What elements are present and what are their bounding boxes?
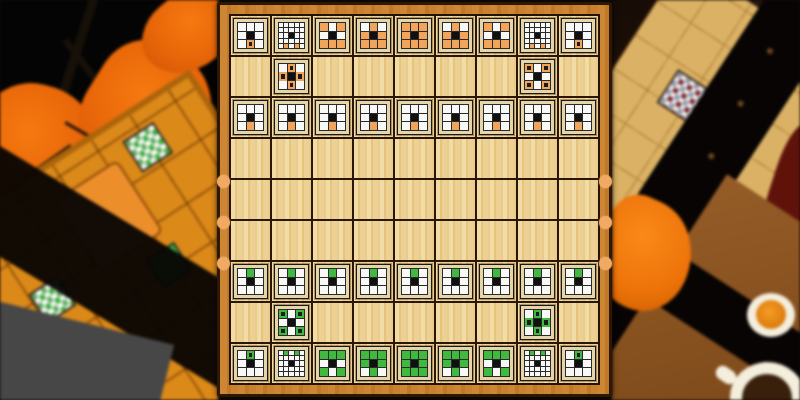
square-r4c7[interactable] xyxy=(477,139,516,178)
move-cell xyxy=(460,368,468,376)
move-cell xyxy=(284,23,288,27)
move-cell xyxy=(530,372,534,376)
move-cell xyxy=(402,360,410,368)
move-cell xyxy=(566,114,574,122)
piece-center xyxy=(288,319,296,327)
square-r5c8[interactable] xyxy=(518,180,557,219)
square-r3c7[interactable] xyxy=(477,98,516,137)
move-cell xyxy=(583,114,591,122)
square-r2c4[interactable] xyxy=(354,57,393,96)
piece-center xyxy=(370,360,378,368)
piece-pawn-green[interactable] xyxy=(479,264,514,299)
move-cell xyxy=(530,39,534,43)
slide-marker xyxy=(288,64,296,72)
square-r9c8[interactable] xyxy=(518,344,557,383)
square-r1c6[interactable] xyxy=(436,16,475,55)
square-r5c1[interactable] xyxy=(231,180,270,219)
piece-bishop-green[interactable] xyxy=(274,305,309,340)
move-cell xyxy=(460,278,468,286)
move-cell xyxy=(541,372,545,376)
piece-silver-orange[interactable] xyxy=(479,18,514,53)
piece-pawn-orange[interactable] xyxy=(561,100,596,135)
square-r2c1[interactable] xyxy=(231,57,270,96)
move-cell xyxy=(566,23,574,31)
move-cell xyxy=(320,286,328,294)
move-cell xyxy=(284,39,288,43)
frame-dot xyxy=(217,175,230,188)
move-cell xyxy=(284,361,288,365)
move-cell xyxy=(419,114,427,122)
square-r2c6[interactable] xyxy=(436,57,475,96)
square-r6c4[interactable] xyxy=(354,221,393,260)
move-cell xyxy=(255,368,263,376)
move-cell xyxy=(535,372,539,376)
move-cell xyxy=(443,23,451,31)
square-r1c4[interactable] xyxy=(354,16,393,55)
move-cell xyxy=(525,356,529,360)
slide-marker xyxy=(279,310,287,318)
square-r9c4[interactable] xyxy=(354,344,393,383)
piece-center xyxy=(411,32,419,40)
move-cell xyxy=(566,368,574,376)
piece-king-green[interactable] xyxy=(397,346,432,381)
square-r3c9[interactable] xyxy=(559,98,598,137)
move-cell xyxy=(501,40,509,48)
piece-rook-orange[interactable] xyxy=(274,59,309,94)
piece-knight-green[interactable] xyxy=(520,346,555,381)
square-r8c6[interactable] xyxy=(436,303,475,342)
piece-pawn-orange[interactable] xyxy=(479,100,514,135)
move-cell xyxy=(530,361,534,365)
move-cell xyxy=(337,105,345,113)
move-cell xyxy=(501,114,509,122)
square-r1c9[interactable] xyxy=(559,16,598,55)
move-cell xyxy=(530,28,534,32)
square-r5c5[interactable] xyxy=(395,180,434,219)
square-r7c9[interactable] xyxy=(559,262,598,301)
square-r2c3[interactable] xyxy=(313,57,352,96)
piece-pawn-green[interactable] xyxy=(397,264,432,299)
slide-marker xyxy=(575,40,583,48)
piece-center xyxy=(452,278,460,286)
piece-lance-orange[interactable] xyxy=(561,18,596,53)
square-r6c8[interactable] xyxy=(518,221,557,260)
square-r5c4[interactable] xyxy=(354,180,393,219)
square-r3c3[interactable] xyxy=(313,98,352,137)
piece-lance-orange[interactable] xyxy=(233,18,268,53)
background-right-scene xyxy=(612,0,800,400)
move-cell xyxy=(443,368,451,376)
move-cell xyxy=(525,269,533,277)
move-cell xyxy=(443,122,451,130)
square-r4c8[interactable] xyxy=(518,139,557,178)
move-cell xyxy=(284,356,288,360)
piece-pawn-orange[interactable] xyxy=(315,100,350,135)
square-r8c4[interactable] xyxy=(354,303,393,342)
move-cell xyxy=(288,105,296,113)
move-cell xyxy=(238,278,246,286)
piece-lance-green[interactable] xyxy=(561,346,596,381)
move-cell xyxy=(484,351,492,359)
move-cell xyxy=(329,105,337,113)
square-r3c2[interactable] xyxy=(272,98,311,137)
move-cell xyxy=(484,40,492,48)
square-r5c6[interactable] xyxy=(436,180,475,219)
piece-pawn-green[interactable] xyxy=(356,264,391,299)
move-cell xyxy=(279,372,283,376)
move-cell xyxy=(279,356,283,360)
piece-center xyxy=(534,278,542,286)
move-cell xyxy=(525,23,529,27)
move-cell xyxy=(361,32,369,40)
square-r7c1[interactable] xyxy=(231,262,270,301)
square-r1c8[interactable] xyxy=(518,16,557,55)
move-cell xyxy=(443,40,451,48)
move-cell xyxy=(361,360,369,368)
move-cell xyxy=(583,122,591,130)
piece-silver-green[interactable] xyxy=(315,346,350,381)
move-cell xyxy=(295,356,299,360)
move-cell xyxy=(535,356,539,360)
move-cell xyxy=(493,286,501,294)
square-r1c1[interactable] xyxy=(231,16,270,55)
piece-pawn-orange[interactable] xyxy=(520,100,555,135)
move-cell xyxy=(255,269,263,277)
square-r8c5[interactable] xyxy=(395,303,434,342)
square-r8c8[interactable] xyxy=(518,303,557,342)
move-cell xyxy=(288,286,296,294)
square-r9c1[interactable] xyxy=(231,344,270,383)
move-cell xyxy=(525,73,533,81)
piece-pawn-green[interactable] xyxy=(561,264,596,299)
square-r3c6[interactable] xyxy=(436,98,475,137)
move-cell xyxy=(378,114,386,122)
slide-marker xyxy=(525,81,533,89)
move-cell xyxy=(295,44,299,48)
move-cell xyxy=(460,40,468,48)
move-cell xyxy=(452,105,460,113)
square-r5c7[interactable] xyxy=(477,180,516,219)
piece-silver-orange[interactable] xyxy=(315,18,350,53)
piece-pawn-orange[interactable] xyxy=(397,100,432,135)
move-cell xyxy=(525,286,533,294)
move-cell xyxy=(295,372,299,376)
move-cell xyxy=(493,105,501,113)
piece-center xyxy=(370,32,378,40)
move-cell xyxy=(501,269,509,277)
move-cell xyxy=(460,105,468,113)
piece-center xyxy=(493,360,501,368)
move-cell xyxy=(501,23,509,31)
move-cell xyxy=(329,269,337,277)
move-cell xyxy=(525,33,529,37)
piece-gold-orange[interactable] xyxy=(438,18,473,53)
slide-marker xyxy=(534,310,542,318)
square-r3c1[interactable] xyxy=(231,98,270,137)
square-r5c2[interactable] xyxy=(272,180,311,219)
slide-marker xyxy=(525,64,533,72)
square-r1c5[interactable] xyxy=(395,16,434,55)
move-cell xyxy=(255,114,263,122)
square-r4c4[interactable] xyxy=(354,139,393,178)
piece-knight-green[interactable] xyxy=(274,346,309,381)
piece-center xyxy=(452,360,460,368)
square-r8c9[interactable] xyxy=(559,303,598,342)
move-cell xyxy=(525,372,529,376)
move-cell xyxy=(534,286,542,294)
slide-marker xyxy=(296,327,304,335)
square-r3c5[interactable] xyxy=(395,98,434,137)
square-r7c7[interactable] xyxy=(477,262,516,301)
square-r8c3[interactable] xyxy=(313,303,352,342)
move-cell xyxy=(329,23,337,31)
square-r5c3[interactable] xyxy=(313,180,352,219)
move-cell xyxy=(419,351,427,359)
move-cell xyxy=(493,122,501,130)
piece-center xyxy=(411,114,419,122)
move-cell xyxy=(501,278,509,286)
move-cell xyxy=(484,286,492,294)
square-r4c1[interactable] xyxy=(231,139,270,178)
square-r6c7[interactable] xyxy=(477,221,516,260)
square-r9c5[interactable] xyxy=(395,344,434,383)
move-cell xyxy=(289,367,293,371)
square-r8c2[interactable] xyxy=(272,303,311,342)
move-cell xyxy=(566,360,574,368)
piece-center xyxy=(534,73,542,81)
square-r7c5[interactable] xyxy=(395,262,434,301)
move-cell xyxy=(289,356,293,360)
piece-pawn-orange[interactable] xyxy=(233,100,268,135)
square-r2c5[interactable] xyxy=(395,57,434,96)
move-cell xyxy=(575,269,583,277)
move-cell xyxy=(583,40,591,48)
square-r7c8[interactable] xyxy=(518,262,557,301)
piece-gold-green[interactable] xyxy=(356,346,391,381)
move-cell xyxy=(402,105,410,113)
move-cell xyxy=(238,360,246,368)
move-cell xyxy=(320,269,328,277)
square-r5c9[interactable] xyxy=(559,180,598,219)
move-cell xyxy=(370,40,378,48)
move-cell xyxy=(566,105,574,113)
square-r3c4[interactable] xyxy=(354,98,393,137)
square-r9c9[interactable] xyxy=(559,344,598,383)
piece-pawn-orange[interactable] xyxy=(274,100,309,135)
move-cell xyxy=(378,351,386,359)
move-cell xyxy=(460,23,468,31)
piece-center xyxy=(288,114,296,122)
square-r7c4[interactable] xyxy=(354,262,393,301)
square-r8c7[interactable] xyxy=(477,303,516,342)
move-cell xyxy=(337,269,345,277)
move-cell xyxy=(296,278,304,286)
piece-pawn-green[interactable] xyxy=(520,264,555,299)
move-cell xyxy=(238,368,246,376)
piece-pawn-green[interactable] xyxy=(233,264,268,299)
slide-marker xyxy=(247,40,255,48)
move-cell xyxy=(279,319,287,327)
move-cell xyxy=(296,327,304,335)
move-cell xyxy=(300,39,304,43)
square-r9c2[interactable] xyxy=(272,344,311,383)
square-r8c1[interactable] xyxy=(231,303,270,342)
move-cell xyxy=(525,39,529,43)
move-cell xyxy=(484,269,492,277)
move-cell xyxy=(546,28,550,32)
piece-pawn-orange[interactable] xyxy=(438,100,473,135)
move-cell xyxy=(300,44,304,48)
move-cell xyxy=(370,105,378,113)
move-cell xyxy=(411,269,419,277)
move-cell xyxy=(535,28,539,32)
square-r6c5[interactable] xyxy=(395,221,434,260)
square-r7c6[interactable] xyxy=(436,262,475,301)
piece-center xyxy=(493,114,501,122)
piece-center xyxy=(329,278,337,286)
move-cell xyxy=(378,368,386,376)
piece-pawn-orange[interactable] xyxy=(356,100,391,135)
move-cell xyxy=(320,114,328,122)
square-r1c3[interactable] xyxy=(313,16,352,55)
move-cell xyxy=(530,367,534,371)
move-cell xyxy=(546,39,550,43)
piece-gold-orange[interactable] xyxy=(356,18,391,53)
move-cell xyxy=(484,23,492,31)
move-cell xyxy=(329,122,337,130)
square-r4c9[interactable] xyxy=(559,139,598,178)
piece-lance-green[interactable] xyxy=(233,346,268,381)
square-r4c6[interactable] xyxy=(436,139,475,178)
move-cell xyxy=(452,269,460,277)
square-r9c7[interactable] xyxy=(477,344,516,383)
move-cell xyxy=(247,368,255,376)
square-r6c2[interactable] xyxy=(272,221,311,260)
move-cell xyxy=(411,286,419,294)
move-cell xyxy=(238,32,246,40)
move-cell xyxy=(566,351,574,359)
piece-silver-green[interactable] xyxy=(479,346,514,381)
move-cell xyxy=(320,351,328,359)
piece-center xyxy=(575,114,583,122)
move-cell xyxy=(238,122,246,130)
square-r7c3[interactable] xyxy=(313,262,352,301)
square-r2c8[interactable] xyxy=(518,57,557,96)
move-cell xyxy=(378,269,386,277)
move-cell xyxy=(279,33,283,37)
move-cell xyxy=(583,32,591,40)
piece-pawn-green[interactable] xyxy=(274,264,309,299)
square-r1c2[interactable] xyxy=(272,16,311,55)
square-r4c3[interactable] xyxy=(313,139,352,178)
piece-center xyxy=(288,73,296,81)
square-r9c3[interactable] xyxy=(313,344,352,383)
move-cell xyxy=(370,23,378,31)
move-cell xyxy=(546,33,550,37)
move-cell xyxy=(300,361,304,365)
square-r6c3[interactable] xyxy=(313,221,352,260)
move-cell xyxy=(419,278,427,286)
move-cell xyxy=(402,269,410,277)
move-cell xyxy=(484,32,492,40)
move-cell xyxy=(575,40,583,48)
square-r3c8[interactable] xyxy=(518,98,557,137)
move-cell xyxy=(279,39,283,43)
piece-gold-green[interactable] xyxy=(438,346,473,381)
square-r2c7[interactable] xyxy=(477,57,516,96)
move-cell xyxy=(566,40,574,48)
move-cell xyxy=(452,351,460,359)
move-cell xyxy=(361,278,369,286)
piece-pawn-green[interactable] xyxy=(438,264,473,299)
move-cell xyxy=(525,319,533,327)
move-cell xyxy=(493,351,501,359)
piece-knight-orange[interactable] xyxy=(520,18,555,53)
piece-bishop-orange[interactable] xyxy=(520,59,555,94)
square-r2c2[interactable] xyxy=(272,57,311,96)
move-cell xyxy=(402,351,410,359)
piece-knight-orange[interactable] xyxy=(274,18,309,53)
move-cell xyxy=(238,40,246,48)
slide-marker xyxy=(279,72,287,80)
move-cell xyxy=(542,269,550,277)
square-r4c2[interactable] xyxy=(272,139,311,178)
square-r7c2[interactable] xyxy=(272,262,311,301)
background-left-scene xyxy=(0,0,218,400)
move-cell xyxy=(534,310,542,318)
piece-center xyxy=(575,32,583,40)
move-cell xyxy=(289,372,293,376)
move-cell xyxy=(337,286,345,294)
move-cell xyxy=(296,114,304,122)
piece-king-orange[interactable] xyxy=(397,18,432,53)
move-cell xyxy=(419,360,427,368)
move-cell xyxy=(443,269,451,277)
move-cell xyxy=(402,32,410,40)
move-cell xyxy=(501,368,509,376)
piece-center xyxy=(370,278,378,286)
move-cell xyxy=(296,286,304,294)
piece-rook-green[interactable] xyxy=(520,305,555,340)
move-cell xyxy=(541,28,545,32)
slide-marker xyxy=(575,351,583,359)
move-cell xyxy=(378,40,386,48)
move-cell xyxy=(411,122,419,130)
move-cell xyxy=(284,28,288,32)
move-cell xyxy=(546,367,550,371)
move-cell xyxy=(238,105,246,113)
square-r6c6[interactable] xyxy=(436,221,475,260)
move-cell xyxy=(361,40,369,48)
move-cell xyxy=(530,351,534,355)
piece-center xyxy=(411,360,419,368)
move-cell xyxy=(295,361,299,365)
square-r9c6[interactable] xyxy=(436,344,475,383)
move-cell xyxy=(460,269,468,277)
square-r6c1[interactable] xyxy=(231,221,270,260)
move-cell xyxy=(402,114,410,122)
coffee-cup-coffee xyxy=(756,300,786,329)
square-r4c5[interactable] xyxy=(395,139,434,178)
piece-pawn-green[interactable] xyxy=(315,264,350,299)
square-r2c9[interactable] xyxy=(559,57,598,96)
move-cell xyxy=(247,351,255,359)
slide-marker xyxy=(279,327,287,335)
decorative-tile xyxy=(122,122,173,173)
square-r1c7[interactable] xyxy=(477,16,516,55)
screenshot-stage xyxy=(0,0,800,400)
square-r6c9[interactable] xyxy=(559,221,598,260)
